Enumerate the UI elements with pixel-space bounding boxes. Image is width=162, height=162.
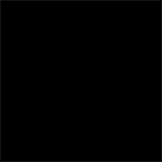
chess-board [0, 0, 162, 162]
chess-board-container [0, 0, 162, 162]
